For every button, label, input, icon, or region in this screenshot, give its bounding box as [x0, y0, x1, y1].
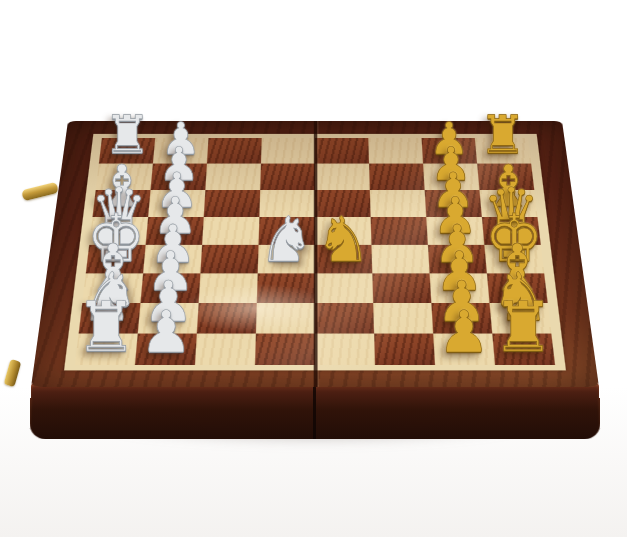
- piece-white-pawn-h2[interactable]: ♟: [131, 303, 201, 361]
- piece-black-knight-e5[interactable]: ♞: [306, 209, 381, 271]
- product-photo-stage: ♜♝♛♚♝♞♜♟♟♟♟♟♟♟♟♞♞♟♟♟♟♟♟♟♟♜♝♛♚♝♞♜: [0, 0, 627, 537]
- pieces-layer: ♜♝♛♚♝♞♜♟♟♟♟♟♟♟♟♞♞♟♟♟♟♟♟♟♟♜♝♛♚♝♞♜: [0, 0, 627, 537]
- piece-black-rook-h8[interactable]: ♜: [482, 293, 565, 362]
